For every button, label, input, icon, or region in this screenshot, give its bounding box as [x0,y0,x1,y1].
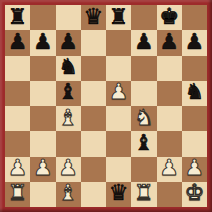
square-d1[interactable] [81,182,106,207]
black-pawn[interactable]: ♟ [8,31,28,53]
square-e5[interactable]: ♟ [106,81,131,106]
square-g3[interactable] [157,131,182,156]
square-b3[interactable] [30,131,55,156]
square-f4[interactable]: ♞ [131,106,156,131]
square-h8[interactable] [182,5,207,30]
white-pawn[interactable]: ♟ [159,157,179,179]
black-knight[interactable]: ♞ [185,81,205,103]
square-f6[interactable] [131,56,156,81]
black-rook[interactable]: ♜ [8,6,28,28]
square-c8[interactable] [56,5,81,30]
square-d3[interactable] [81,131,106,156]
white-rook[interactable]: ♜ [134,182,154,204]
black-rook[interactable]: ♜ [109,6,129,28]
black-pawn[interactable]: ♟ [58,31,78,53]
square-h5[interactable]: ♞ [182,81,207,106]
square-e3[interactable] [106,131,131,156]
square-a2[interactable]: ♟ [5,157,30,182]
square-h3[interactable] [182,131,207,156]
black-bishop[interactable]: ♝ [134,132,154,154]
square-g6[interactable] [157,56,182,81]
square-a5[interactable] [5,81,30,106]
square-a4[interactable] [5,106,30,131]
square-e8[interactable]: ♜ [106,5,131,30]
white-pawn[interactable]: ♟ [33,157,53,179]
square-c3[interactable] [56,131,81,156]
white-knight[interactable]: ♞ [134,107,154,129]
black-pawn[interactable]: ♟ [33,31,53,53]
black-pawn[interactable]: ♟ [185,31,205,53]
square-h7[interactable]: ♟ [182,30,207,55]
square-b2[interactable]: ♟ [30,157,55,182]
white-pawn[interactable]: ♟ [185,157,205,179]
square-g2[interactable]: ♟ [157,157,182,182]
square-f2[interactable] [131,157,156,182]
square-d2[interactable] [81,157,106,182]
white-bishop[interactable]: ♝ [58,182,78,204]
square-f3[interactable]: ♝ [131,131,156,156]
square-h4[interactable] [182,106,207,131]
white-bishop[interactable]: ♝ [58,107,78,129]
black-pawn[interactable]: ♟ [134,31,154,53]
square-g4[interactable] [157,106,182,131]
square-c2[interactable]: ♟ [56,157,81,182]
square-a1[interactable]: ♜ [5,182,30,207]
square-h1[interactable]: ♚ [182,182,207,207]
black-queen[interactable]: ♛ [84,6,104,28]
square-b4[interactable] [30,106,55,131]
black-queen[interactable]: ♛ [109,182,129,204]
square-d4[interactable] [81,106,106,131]
square-a3[interactable] [5,131,30,156]
square-c7[interactable]: ♟ [56,30,81,55]
white-pawn[interactable]: ♟ [8,157,28,179]
square-b1[interactable] [30,182,55,207]
square-e4[interactable] [106,106,131,131]
white-pawn[interactable]: ♟ [109,81,129,103]
square-b5[interactable] [30,81,55,106]
square-g1[interactable] [157,182,182,207]
square-a6[interactable] [5,56,30,81]
square-c4[interactable]: ♝ [56,106,81,131]
black-knight[interactable]: ♞ [58,56,78,78]
square-d7[interactable] [81,30,106,55]
black-bishop[interactable]: ♝ [58,81,78,103]
white-king[interactable]: ♚ [185,182,205,204]
square-f1[interactable]: ♜ [131,182,156,207]
white-rook[interactable]: ♜ [8,182,28,204]
square-c6[interactable]: ♞ [56,56,81,81]
square-c5[interactable]: ♝ [56,81,81,106]
square-b6[interactable] [30,56,55,81]
square-e2[interactable] [106,157,131,182]
square-c1[interactable]: ♝ [56,182,81,207]
square-g5[interactable] [157,81,182,106]
square-d6[interactable] [81,56,106,81]
square-f5[interactable] [131,81,156,106]
white-pawn[interactable]: ♟ [58,157,78,179]
square-a8[interactable]: ♜ [5,5,30,30]
square-d5[interactable] [81,81,106,106]
black-pawn[interactable]: ♟ [159,31,179,53]
square-f8[interactable] [131,5,156,30]
square-e1[interactable]: ♛ [106,182,131,207]
square-h6[interactable] [182,56,207,81]
square-h2[interactable]: ♟ [182,157,207,182]
black-king[interactable]: ♚ [159,6,179,28]
square-b8[interactable] [30,5,55,30]
board-frame: ♜♛♜♚♟♟♟♟♟♟♞♝♟♞♝♞♝♟♟♟♟♟♜♝♛♜♚ [0,0,212,212]
square-g8[interactable]: ♚ [157,5,182,30]
square-g7[interactable]: ♟ [157,30,182,55]
square-b7[interactable]: ♟ [30,30,55,55]
square-e6[interactable] [106,56,131,81]
square-d8[interactable]: ♛ [81,5,106,30]
square-a7[interactable]: ♟ [5,30,30,55]
chess-board: ♜♛♜♚♟♟♟♟♟♟♞♝♟♞♝♞♝♟♟♟♟♟♜♝♛♜♚ [5,5,207,207]
square-e7[interactable] [106,30,131,55]
square-f7[interactable]: ♟ [131,30,156,55]
